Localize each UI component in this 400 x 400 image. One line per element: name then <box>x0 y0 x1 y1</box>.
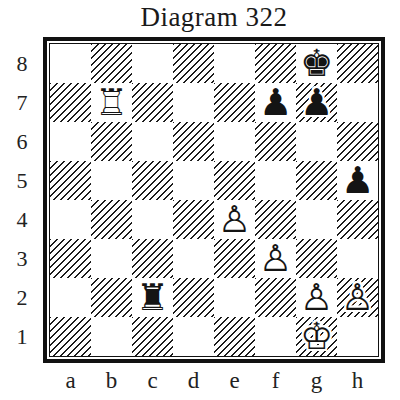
square-a6[interactable] <box>50 122 91 161</box>
square-g8[interactable]: ♚ <box>296 44 337 83</box>
square-a1[interactable] <box>50 317 91 356</box>
rank-label-1: 1 <box>6 317 38 356</box>
square-c5[interactable] <box>132 161 173 200</box>
square-g1[interactable]: ♔ <box>296 317 337 356</box>
piece-white-king-g1[interactable]: ♔ <box>300 317 333 356</box>
square-d3[interactable] <box>173 239 214 278</box>
square-g3[interactable] <box>296 239 337 278</box>
rank-labels: 8 7 6 5 4 3 2 1 <box>6 44 38 356</box>
piece-white-pawn-e4[interactable]: ♙ <box>218 200 251 239</box>
square-d5[interactable] <box>173 161 214 200</box>
square-c1[interactable] <box>132 317 173 356</box>
file-label-f: f <box>255 367 296 395</box>
rank-label-7: 7 <box>6 83 38 122</box>
file-label-c: c <box>132 367 173 395</box>
square-g6[interactable] <box>296 122 337 161</box>
rank-label-3: 3 <box>6 239 38 278</box>
square-b4[interactable] <box>91 200 132 239</box>
square-b8[interactable] <box>91 44 132 83</box>
file-label-a: a <box>50 367 91 395</box>
square-h6[interactable] <box>337 122 378 161</box>
square-f7[interactable]: ♟ <box>255 83 296 122</box>
square-f5[interactable] <box>255 161 296 200</box>
square-d7[interactable] <box>173 83 214 122</box>
rank-label-4: 4 <box>6 200 38 239</box>
square-e4[interactable]: ♙ <box>214 200 255 239</box>
square-f3[interactable]: ♙ <box>255 239 296 278</box>
square-c8[interactable] <box>132 44 173 83</box>
square-e2[interactable] <box>214 278 255 317</box>
square-g4[interactable] <box>296 200 337 239</box>
rank-label-5: 5 <box>6 161 38 200</box>
square-e5[interactable] <box>214 161 255 200</box>
square-a7[interactable] <box>50 83 91 122</box>
square-b2[interactable] <box>91 278 132 317</box>
square-d6[interactable] <box>173 122 214 161</box>
square-d1[interactable] <box>173 317 214 356</box>
board-grid: ♚♖♟♟♟♙♙♜♙♙♔ <box>50 44 378 356</box>
square-g5[interactable] <box>296 161 337 200</box>
square-h7[interactable] <box>337 83 378 122</box>
piece-black-pawn-f7[interactable]: ♟ <box>259 83 292 122</box>
square-e7[interactable] <box>214 83 255 122</box>
square-e8[interactable] <box>214 44 255 83</box>
file-label-h: h <box>337 367 378 395</box>
piece-black-pawn-h5[interactable]: ♟ <box>341 161 374 200</box>
square-c3[interactable] <box>132 239 173 278</box>
rank-label-6: 6 <box>6 122 38 161</box>
square-c2[interactable]: ♜ <box>132 278 173 317</box>
square-f2[interactable] <box>255 278 296 317</box>
square-h2[interactable]: ♙ <box>337 278 378 317</box>
diagram-title: Diagram 322 <box>43 1 385 33</box>
square-h8[interactable] <box>337 44 378 83</box>
square-c7[interactable] <box>132 83 173 122</box>
chess-board: ♚♖♟♟♟♙♙♜♙♙♔ <box>43 37 385 363</box>
rank-label-8: 8 <box>6 44 38 83</box>
square-b5[interactable] <box>91 161 132 200</box>
piece-black-king-g8[interactable]: ♚ <box>300 44 333 83</box>
square-h5[interactable]: ♟ <box>337 161 378 200</box>
square-b1[interactable] <box>91 317 132 356</box>
square-d4[interactable] <box>173 200 214 239</box>
square-b7[interactable]: ♖ <box>91 83 132 122</box>
square-f4[interactable] <box>255 200 296 239</box>
square-a4[interactable] <box>50 200 91 239</box>
piece-black-rook-c2[interactable]: ♜ <box>136 278 169 317</box>
square-a2[interactable] <box>50 278 91 317</box>
piece-white-pawn-f3[interactable]: ♙ <box>259 239 292 278</box>
square-f6[interactable] <box>255 122 296 161</box>
piece-black-pawn-g7[interactable]: ♟ <box>300 83 333 122</box>
file-label-g: g <box>296 367 337 395</box>
square-c6[interactable] <box>132 122 173 161</box>
square-a8[interactable] <box>50 44 91 83</box>
square-g7[interactable]: ♟ <box>296 83 337 122</box>
file-label-b: b <box>91 367 132 395</box>
chess-diagram-page: Diagram 322 8 7 6 5 4 3 2 1 ♚♖♟♟♟♙♙♜♙♙♔ … <box>0 0 400 400</box>
square-h3[interactable] <box>337 239 378 278</box>
square-b6[interactable] <box>91 122 132 161</box>
square-c4[interactable] <box>132 200 173 239</box>
square-a5[interactable] <box>50 161 91 200</box>
piece-white-pawn-g2[interactable]: ♙ <box>300 278 333 317</box>
square-h1[interactable] <box>337 317 378 356</box>
square-d2[interactable] <box>173 278 214 317</box>
square-f1[interactable] <box>255 317 296 356</box>
file-label-d: d <box>173 367 214 395</box>
square-e1[interactable] <box>214 317 255 356</box>
square-a3[interactable] <box>50 239 91 278</box>
square-h4[interactable] <box>337 200 378 239</box>
square-b3[interactable] <box>91 239 132 278</box>
board-inner-frame: ♚♖♟♟♟♙♙♜♙♙♔ <box>49 43 379 357</box>
file-labels: a b c d e f g h <box>50 367 378 395</box>
square-g2[interactable]: ♙ <box>296 278 337 317</box>
piece-white-rook-b7[interactable]: ♖ <box>95 83 128 122</box>
square-e3[interactable] <box>214 239 255 278</box>
rank-label-2: 2 <box>6 278 38 317</box>
square-f8[interactable] <box>255 44 296 83</box>
square-e6[interactable] <box>214 122 255 161</box>
piece-white-pawn-h2[interactable]: ♙ <box>341 278 374 317</box>
square-d8[interactable] <box>173 44 214 83</box>
file-label-e: e <box>214 367 255 395</box>
